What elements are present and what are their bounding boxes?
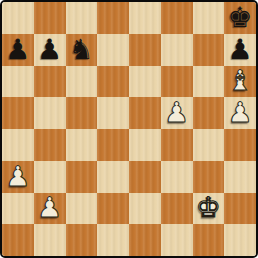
square-g7[interactable] — [193, 34, 225, 66]
chess-board: ♚♟♟♞♟♝♟♟♟♟♚ — [0, 0, 258, 258]
square-h5[interactable]: ♟ — [224, 97, 256, 129]
square-c5[interactable] — [66, 97, 98, 129]
white-pawn-b2[interactable]: ♟ — [34, 193, 66, 225]
square-e5[interactable] — [129, 97, 161, 129]
square-b2[interactable]: ♟ — [34, 193, 66, 225]
white-king-g2[interactable]: ♚ — [193, 193, 225, 225]
square-f1[interactable] — [161, 224, 193, 256]
square-b5[interactable] — [34, 97, 66, 129]
square-f8[interactable] — [161, 2, 193, 34]
square-d4[interactable] — [97, 129, 129, 161]
square-b7[interactable]: ♟ — [34, 34, 66, 66]
square-d8[interactable] — [97, 2, 129, 34]
square-h7[interactable]: ♟ — [224, 34, 256, 66]
square-b4[interactable] — [34, 129, 66, 161]
square-c4[interactable] — [66, 129, 98, 161]
square-d6[interactable] — [97, 66, 129, 98]
square-c1[interactable] — [66, 224, 98, 256]
square-f2[interactable] — [161, 193, 193, 225]
square-c7[interactable]: ♞ — [66, 34, 98, 66]
black-pawn-h7[interactable]: ♟ — [224, 34, 256, 66]
white-bishop-h6[interactable]: ♝ — [224, 66, 256, 98]
square-a7[interactable]: ♟ — [2, 34, 34, 66]
square-f3[interactable] — [161, 161, 193, 193]
square-h6[interactable]: ♝ — [224, 66, 256, 98]
square-a1[interactable] — [2, 224, 34, 256]
square-e3[interactable] — [129, 161, 161, 193]
square-f5[interactable]: ♟ — [161, 97, 193, 129]
square-f4[interactable] — [161, 129, 193, 161]
square-e2[interactable] — [129, 193, 161, 225]
white-pawn-f5[interactable]: ♟ — [161, 97, 193, 129]
square-c6[interactable] — [66, 66, 98, 98]
black-pawn-a7[interactable]: ♟ — [2, 34, 34, 66]
square-g2[interactable]: ♚ — [193, 193, 225, 225]
square-e8[interactable] — [129, 2, 161, 34]
square-g4[interactable] — [193, 129, 225, 161]
square-g1[interactable] — [193, 224, 225, 256]
square-d5[interactable] — [97, 97, 129, 129]
white-pawn-h5[interactable]: ♟ — [224, 97, 256, 129]
square-g8[interactable] — [193, 2, 225, 34]
square-a2[interactable] — [2, 193, 34, 225]
black-king-h8[interactable]: ♚ — [224, 2, 256, 34]
square-c3[interactable] — [66, 161, 98, 193]
square-e1[interactable] — [129, 224, 161, 256]
square-b3[interactable] — [34, 161, 66, 193]
white-pawn-a3[interactable]: ♟ — [2, 161, 34, 193]
square-h8[interactable]: ♚ — [224, 2, 256, 34]
square-f6[interactable] — [161, 66, 193, 98]
square-h4[interactable] — [224, 129, 256, 161]
square-d2[interactable] — [97, 193, 129, 225]
square-b6[interactable] — [34, 66, 66, 98]
square-a4[interactable] — [2, 129, 34, 161]
square-d1[interactable] — [97, 224, 129, 256]
square-a5[interactable] — [2, 97, 34, 129]
square-d7[interactable] — [97, 34, 129, 66]
square-c2[interactable] — [66, 193, 98, 225]
square-g6[interactable] — [193, 66, 225, 98]
square-f7[interactable] — [161, 34, 193, 66]
square-a8[interactable] — [2, 2, 34, 34]
black-pawn-b7[interactable]: ♟ — [34, 34, 66, 66]
black-knight-c7[interactable]: ♞ — [66, 34, 98, 66]
square-d3[interactable] — [97, 161, 129, 193]
square-b8[interactable] — [34, 2, 66, 34]
square-h3[interactable] — [224, 161, 256, 193]
square-e6[interactable] — [129, 66, 161, 98]
square-h2[interactable] — [224, 193, 256, 225]
square-h1[interactable] — [224, 224, 256, 256]
square-b1[interactable] — [34, 224, 66, 256]
square-e7[interactable] — [129, 34, 161, 66]
square-c8[interactable] — [66, 2, 98, 34]
square-a6[interactable] — [2, 66, 34, 98]
square-e4[interactable] — [129, 129, 161, 161]
square-g3[interactable] — [193, 161, 225, 193]
square-g5[interactable] — [193, 97, 225, 129]
square-a3[interactable]: ♟ — [2, 161, 34, 193]
